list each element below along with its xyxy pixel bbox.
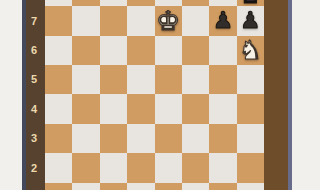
square-e7[interactable]: ♚ <box>155 6 182 35</box>
square-f3[interactable] <box>182 124 209 153</box>
square-c6[interactable] <box>100 36 127 65</box>
square-g1[interactable] <box>209 183 236 190</box>
square-f1[interactable] <box>182 183 209 190</box>
square-f5[interactable] <box>182 65 209 94</box>
square-h4[interactable] <box>237 94 264 123</box>
square-b5[interactable] <box>72 65 99 94</box>
rank-label-5: 5 <box>26 65 45 94</box>
square-f2[interactable] <box>182 153 209 182</box>
square-b6[interactable] <box>72 36 99 65</box>
square-a2[interactable] <box>45 153 72 182</box>
square-h6[interactable]: ♞ <box>237 36 264 65</box>
square-a1[interactable] <box>45 183 72 190</box>
square-d1[interactable] <box>127 183 154 190</box>
rank-label-4: 4 <box>26 94 45 123</box>
square-e1[interactable] <box>155 183 182 190</box>
square-e3[interactable] <box>155 124 182 153</box>
square-b3[interactable] <box>72 124 99 153</box>
square-h2[interactable] <box>237 153 264 182</box>
square-e2[interactable] <box>155 153 182 182</box>
square-e6[interactable] <box>155 36 182 65</box>
square-d7[interactable] <box>127 6 154 35</box>
square-h8[interactable]: ♚ <box>237 0 264 6</box>
square-c4[interactable] <box>100 94 127 123</box>
square-h3[interactable] <box>237 124 264 153</box>
square-d3[interactable] <box>127 124 154 153</box>
piece-white-king[interactable]: ♚ <box>156 7 180 34</box>
square-e4[interactable] <box>155 94 182 123</box>
chess-board[interactable]: ♚♚♟♟♞ <box>45 0 264 190</box>
square-d4[interactable] <box>127 94 154 123</box>
piece-black-king[interactable]: ♚ <box>238 0 262 7</box>
square-g7[interactable]: ♟ <box>209 6 236 35</box>
square-g6[interactable] <box>209 36 236 65</box>
piece-white-knight[interactable]: ♞ <box>239 37 262 63</box>
square-b1[interactable] <box>72 183 99 190</box>
square-g2[interactable] <box>209 153 236 182</box>
square-d2[interactable] <box>127 153 154 182</box>
square-g5[interactable] <box>209 65 236 94</box>
board-frame-right <box>264 0 288 190</box>
square-c7[interactable] <box>100 6 127 35</box>
square-e5[interactable] <box>155 65 182 94</box>
square-d6[interactable] <box>127 36 154 65</box>
square-g3[interactable] <box>209 124 236 153</box>
square-c1[interactable] <box>100 183 127 190</box>
rank-label-3: 3 <box>26 124 45 153</box>
square-h5[interactable] <box>237 65 264 94</box>
piece-black-pawn[interactable]: ♟ <box>213 9 234 32</box>
square-a7[interactable] <box>45 6 72 35</box>
rank-label-6: 6 <box>26 35 45 64</box>
square-d5[interactable] <box>127 65 154 94</box>
square-a5[interactable] <box>45 65 72 94</box>
board-edge-line-right <box>288 0 292 190</box>
square-a4[interactable] <box>45 94 72 123</box>
square-b4[interactable] <box>72 94 99 123</box>
square-h1[interactable] <box>237 183 264 190</box>
square-a3[interactable] <box>45 124 72 153</box>
rank-labels: 765432 <box>26 6 45 182</box>
square-c3[interactable] <box>100 124 127 153</box>
square-c2[interactable] <box>100 153 127 182</box>
rank-label-2: 2 <box>26 153 45 182</box>
square-b2[interactable] <box>72 153 99 182</box>
square-b7[interactable] <box>72 6 99 35</box>
square-f7[interactable] <box>182 6 209 35</box>
square-f4[interactable] <box>182 94 209 123</box>
rank-label-7: 7 <box>26 6 45 35</box>
square-f6[interactable] <box>182 36 209 65</box>
square-c5[interactable] <box>100 65 127 94</box>
piece-black-pawn[interactable]: ♟ <box>240 9 261 32</box>
square-h7[interactable]: ♟ <box>237 6 264 35</box>
square-a6[interactable] <box>45 36 72 65</box>
square-g4[interactable] <box>209 94 236 123</box>
